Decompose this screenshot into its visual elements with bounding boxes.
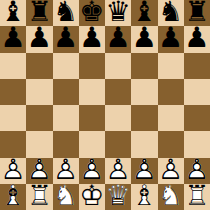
chess-board: ♝♜♞♚♛♝♞♜♟♟♟♟♟♟♟♟♟♙♟♙♟♙♟♙♟♙♟♙♟♙♟♙♝♗♜♖♞♘♚♔… bbox=[0, 0, 210, 210]
piece-solid-layer: ♟ bbox=[27, 25, 52, 53]
square-a4[interactable] bbox=[0, 105, 26, 131]
piece-outline-layer: ♘ bbox=[53, 182, 78, 210]
piece-outline-layer: ♔ bbox=[79, 182, 104, 210]
square-b1[interactable]: ♜♖ bbox=[26, 184, 52, 210]
square-b4[interactable] bbox=[26, 105, 52, 131]
black-pawn-piece[interactable]: ♟ bbox=[53, 26, 79, 52]
piece-solid-layer: ♟ bbox=[53, 25, 78, 53]
piece-solid-layer: ♟ bbox=[106, 25, 131, 53]
white-knight-piece[interactable]: ♞♘ bbox=[53, 184, 79, 210]
piece-outline-layer: ♗ bbox=[132, 182, 157, 210]
square-e4[interactable] bbox=[105, 105, 131, 131]
square-f6[interactable] bbox=[131, 53, 157, 79]
square-d1[interactable]: ♚♔ bbox=[79, 184, 105, 210]
piece-outline-layer: ♖ bbox=[27, 182, 52, 210]
white-queen-piece[interactable]: ♛♕ bbox=[105, 184, 131, 210]
square-e7[interactable]: ♟ bbox=[105, 26, 131, 52]
square-h1[interactable]: ♜♖ bbox=[184, 184, 210, 210]
piece-solid-layer: ♟ bbox=[132, 25, 157, 53]
square-h5[interactable] bbox=[184, 79, 210, 105]
square-h6[interactable] bbox=[184, 53, 210, 79]
piece-solid-layer: ♟ bbox=[158, 25, 183, 53]
square-d5[interactable] bbox=[79, 79, 105, 105]
square-a1[interactable]: ♝♗ bbox=[0, 184, 26, 210]
square-d7[interactable]: ♟ bbox=[79, 26, 105, 52]
black-pawn-piece[interactable]: ♟ bbox=[184, 26, 210, 52]
square-a5[interactable] bbox=[0, 79, 26, 105]
square-h4[interactable] bbox=[184, 105, 210, 131]
square-c5[interactable] bbox=[53, 79, 79, 105]
square-b5[interactable] bbox=[26, 79, 52, 105]
black-pawn-piece[interactable]: ♟ bbox=[105, 26, 131, 52]
piece-outline-layer: ♕ bbox=[106, 182, 131, 210]
white-king-piece[interactable]: ♚♔ bbox=[79, 184, 105, 210]
square-f4[interactable] bbox=[131, 105, 157, 131]
white-knight-piece[interactable]: ♞♘ bbox=[158, 184, 184, 210]
square-a7[interactable]: ♟ bbox=[0, 26, 26, 52]
white-bishop-piece[interactable]: ♝♗ bbox=[0, 184, 26, 210]
piece-outline-layer: ♘ bbox=[158, 182, 183, 210]
square-d4[interactable] bbox=[79, 105, 105, 131]
white-bishop-piece[interactable]: ♝♗ bbox=[131, 184, 157, 210]
square-g1[interactable]: ♞♘ bbox=[158, 184, 184, 210]
square-c1[interactable]: ♞♘ bbox=[53, 184, 79, 210]
square-f7[interactable]: ♟ bbox=[131, 26, 157, 52]
square-f5[interactable] bbox=[131, 79, 157, 105]
square-e6[interactable] bbox=[105, 53, 131, 79]
square-b6[interactable] bbox=[26, 53, 52, 79]
square-g5[interactable] bbox=[158, 79, 184, 105]
square-c6[interactable] bbox=[53, 53, 79, 79]
black-pawn-piece[interactable]: ♟ bbox=[79, 26, 105, 52]
square-g6[interactable] bbox=[158, 53, 184, 79]
piece-solid-layer: ♟ bbox=[184, 25, 209, 53]
square-e5[interactable] bbox=[105, 79, 131, 105]
square-h7[interactable]: ♟ bbox=[184, 26, 210, 52]
piece-solid-layer: ♟ bbox=[79, 25, 104, 53]
black-pawn-piece[interactable]: ♟ bbox=[26, 26, 52, 52]
square-g4[interactable] bbox=[158, 105, 184, 131]
square-b7[interactable]: ♟ bbox=[26, 26, 52, 52]
black-pawn-piece[interactable]: ♟ bbox=[131, 26, 157, 52]
square-c4[interactable] bbox=[53, 105, 79, 131]
square-g7[interactable]: ♟ bbox=[158, 26, 184, 52]
piece-outline-layer: ♗ bbox=[1, 182, 26, 210]
square-a6[interactable] bbox=[0, 53, 26, 79]
square-d6[interactable] bbox=[79, 53, 105, 79]
square-f1[interactable]: ♝♗ bbox=[131, 184, 157, 210]
white-rook-piece[interactable]: ♜♖ bbox=[184, 184, 210, 210]
black-pawn-piece[interactable]: ♟ bbox=[0, 26, 26, 52]
black-pawn-piece[interactable]: ♟ bbox=[158, 26, 184, 52]
square-e1[interactable]: ♛♕ bbox=[105, 184, 131, 210]
piece-outline-layer: ♖ bbox=[184, 182, 209, 210]
piece-solid-layer: ♟ bbox=[1, 25, 26, 53]
square-c7[interactable]: ♟ bbox=[53, 26, 79, 52]
white-rook-piece[interactable]: ♜♖ bbox=[26, 184, 52, 210]
